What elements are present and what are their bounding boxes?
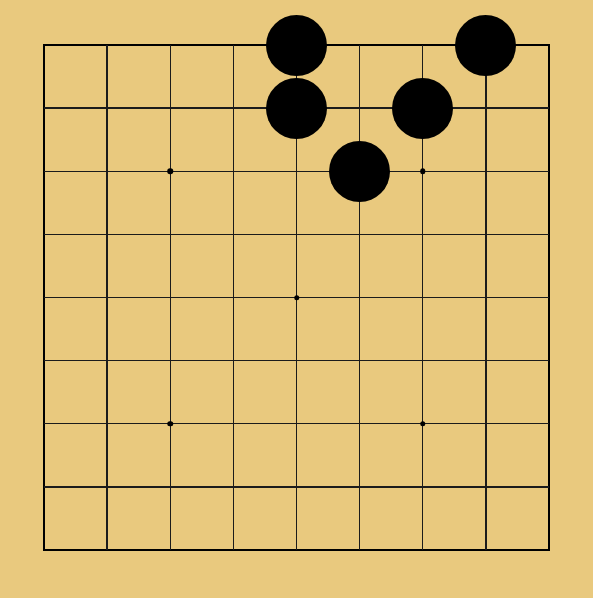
intersection-B4[interactable] xyxy=(76,329,139,392)
intersection-H1[interactable] xyxy=(454,518,517,581)
intersection-A7[interactable] xyxy=(12,140,75,203)
intersection-J4[interactable] xyxy=(517,329,580,392)
black-stone-E9[interactable] xyxy=(266,15,327,76)
intersection-F5[interactable] xyxy=(328,266,391,329)
intersection-B8[interactable] xyxy=(76,77,139,140)
black-stone-H9[interactable] xyxy=(455,15,516,76)
intersection-D9[interactable] xyxy=(202,13,265,76)
black-stone-G8[interactable] xyxy=(392,78,453,139)
intersection-F8[interactable] xyxy=(328,77,391,140)
intersection-B5[interactable] xyxy=(76,266,139,329)
intersection-G8[interactable] xyxy=(391,77,454,140)
intersection-E7[interactable] xyxy=(265,140,328,203)
intersection-A5[interactable] xyxy=(12,266,75,329)
intersection-G2[interactable] xyxy=(391,455,454,518)
intersection-H5[interactable] xyxy=(454,266,517,329)
intersection-A8[interactable] xyxy=(12,77,75,140)
intersection-A1[interactable] xyxy=(12,518,75,581)
intersection-F4[interactable] xyxy=(328,329,391,392)
intersection-B6[interactable] xyxy=(76,203,139,266)
intersection-D5[interactable] xyxy=(202,266,265,329)
intersection-C3[interactable] xyxy=(139,392,202,455)
black-stone-F7[interactable] xyxy=(329,141,390,202)
go-app-screen xyxy=(0,0,593,598)
intersection-B1[interactable] xyxy=(76,518,139,581)
intersection-D8[interactable] xyxy=(202,77,265,140)
intersection-B7[interactable] xyxy=(76,140,139,203)
intersection-J3[interactable] xyxy=(517,392,580,455)
intersection-J5[interactable] xyxy=(517,266,580,329)
intersection-C2[interactable] xyxy=(139,455,202,518)
intersection-E6[interactable] xyxy=(265,203,328,266)
intersection-J6[interactable] xyxy=(517,203,580,266)
intersection-A6[interactable] xyxy=(12,203,75,266)
intersection-C9[interactable] xyxy=(139,13,202,76)
intersection-G1[interactable] xyxy=(391,518,454,581)
intersection-E5[interactable] xyxy=(265,266,328,329)
intersection-C5[interactable] xyxy=(139,266,202,329)
intersection-J9[interactable] xyxy=(517,13,580,76)
intersection-F6[interactable] xyxy=(328,203,391,266)
intersection-G6[interactable] xyxy=(391,203,454,266)
intersection-G4[interactable] xyxy=(391,329,454,392)
intersection-D3[interactable] xyxy=(202,392,265,455)
intersection-A2[interactable] xyxy=(12,455,75,518)
intersection-D2[interactable] xyxy=(202,455,265,518)
intersection-H3[interactable] xyxy=(454,392,517,455)
intersection-F7[interactable] xyxy=(328,140,391,203)
intersection-J8[interactable] xyxy=(517,77,580,140)
intersection-C1[interactable] xyxy=(139,518,202,581)
intersection-B3[interactable] xyxy=(76,392,139,455)
intersection-C8[interactable] xyxy=(139,77,202,140)
intersection-B9[interactable] xyxy=(76,13,139,76)
intersection-H7[interactable] xyxy=(454,140,517,203)
intersection-A3[interactable] xyxy=(12,392,75,455)
intersection-E4[interactable] xyxy=(265,329,328,392)
intersection-J2[interactable] xyxy=(517,455,580,518)
intersection-F3[interactable] xyxy=(328,392,391,455)
intersection-D7[interactable] xyxy=(202,140,265,203)
intersection-A4[interactable] xyxy=(12,329,75,392)
intersection-E1[interactable] xyxy=(265,518,328,581)
intersection-H2[interactable] xyxy=(454,455,517,518)
intersection-D6[interactable] xyxy=(202,203,265,266)
intersection-G5[interactable] xyxy=(391,266,454,329)
intersection-C4[interactable] xyxy=(139,329,202,392)
intersection-D4[interactable] xyxy=(202,329,265,392)
go-board[interactable] xyxy=(0,0,593,598)
intersection-E3[interactable] xyxy=(265,392,328,455)
star-point xyxy=(168,169,174,175)
intersection-G3[interactable] xyxy=(391,392,454,455)
intersection-H9[interactable] xyxy=(454,13,517,76)
intersection-F1[interactable] xyxy=(328,518,391,581)
intersection-E8[interactable] xyxy=(265,77,328,140)
star-point xyxy=(294,295,300,301)
intersection-A9[interactable] xyxy=(12,13,75,76)
intersection-C6[interactable] xyxy=(139,203,202,266)
intersection-B2[interactable] xyxy=(76,455,139,518)
star-point xyxy=(420,169,426,175)
intersection-G7[interactable] xyxy=(391,140,454,203)
intersection-H6[interactable] xyxy=(454,203,517,266)
intersection-F9[interactable] xyxy=(328,13,391,76)
black-stone-E8[interactable] xyxy=(266,78,327,139)
intersection-E2[interactable] xyxy=(265,455,328,518)
intersection-F2[interactable] xyxy=(328,455,391,518)
intersection-J7[interactable] xyxy=(517,140,580,203)
intersection-D1[interactable] xyxy=(202,518,265,581)
intersection-H4[interactable] xyxy=(454,329,517,392)
intersections-grid xyxy=(12,13,580,581)
intersection-J1[interactable] xyxy=(517,518,580,581)
intersection-H8[interactable] xyxy=(454,77,517,140)
intersection-C7[interactable] xyxy=(139,140,202,203)
intersection-G9[interactable] xyxy=(391,13,454,76)
intersection-E9[interactable] xyxy=(265,13,328,76)
star-point xyxy=(168,421,174,427)
star-point xyxy=(420,421,426,427)
